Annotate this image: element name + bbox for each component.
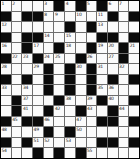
block-r0c7: [76, 1, 86, 11]
cell-r10c0[interactable]: [1, 106, 11, 116]
cell-r9c2[interactable]: 37: [22, 96, 32, 106]
clue-number: 1: [2, 1, 5, 6]
block-r11c0: [1, 117, 11, 127]
block-r3c2: [22, 33, 32, 43]
cell-r5c9[interactable]: [97, 54, 107, 64]
block-r1c12: [129, 12, 139, 22]
clue-number: 30: [76, 64, 81, 69]
cell-r8c1[interactable]: [12, 85, 22, 95]
cell-r2c12[interactable]: [129, 22, 139, 32]
block-r13c2: [22, 138, 32, 148]
clue-number: 47: [76, 117, 81, 122]
cell-r3c5[interactable]: [54, 33, 64, 43]
cell-r4c9[interactable]: 19: [97, 43, 107, 53]
clue-number: 32: [119, 64, 124, 69]
cell-r12c8[interactable]: [87, 127, 97, 137]
cell-r3c4[interactable]: 14: [44, 33, 54, 43]
clue-number: 52: [44, 138, 49, 143]
cell-r0c8[interactable]: 5: [87, 1, 97, 11]
block-r10c10: [108, 106, 118, 116]
cell-r6c5[interactable]: [54, 64, 64, 74]
cell-r5c2[interactable]: 23: [22, 54, 32, 64]
clue-number: 12: [2, 22, 7, 27]
cell-r9c10[interactable]: 40: [108, 96, 118, 106]
cell-r7c1[interactable]: [12, 75, 22, 85]
cell-r5c5[interactable]: 25: [54, 54, 64, 64]
cell-r10c9[interactable]: [97, 106, 107, 116]
block-r4c5: [54, 43, 64, 53]
clue-number: 42: [55, 106, 60, 111]
cell-r8c0[interactable]: 33: [1, 85, 11, 95]
clue-number: 11: [98, 12, 103, 17]
cell-r6c1[interactable]: [12, 64, 22, 74]
cell-r4c4[interactable]: [44, 43, 54, 53]
cell-r14c8[interactable]: 55: [87, 148, 97, 158]
clue-number: 28: [2, 64, 7, 69]
cell-r0c1[interactable]: 2: [12, 1, 22, 11]
cell-r7c3[interactable]: [33, 75, 43, 85]
block-r9c1: [12, 96, 22, 106]
cell-r1c11[interactable]: [119, 12, 129, 22]
clue-number: 22: [12, 54, 17, 59]
cell-r1c4[interactable]: 8: [44, 12, 54, 22]
cell-r5c1[interactable]: 22: [12, 54, 22, 64]
block-r2c6: [65, 22, 75, 32]
cell-r13c5[interactable]: [54, 138, 64, 148]
block-r12c6: [65, 127, 75, 137]
cell-r0c2[interactable]: [22, 1, 32, 11]
cell-r10c8[interactable]: 43: [87, 106, 97, 116]
cell-r6c9[interactable]: 31: [97, 64, 107, 74]
cell-r6c3[interactable]: 29: [33, 64, 43, 74]
block-r11c10: [108, 117, 118, 127]
clue-number: 46: [44, 117, 49, 122]
clue-number: 17: [34, 43, 39, 48]
cell-r9c8[interactable]: 39: [87, 96, 97, 106]
cell-r10c11[interactable]: 44: [119, 106, 129, 116]
clue-number: 50: [76, 127, 81, 132]
cell-r12c9[interactable]: [97, 127, 107, 137]
cell-r4c1[interactable]: [12, 43, 22, 53]
clue-number: 39: [87, 96, 92, 101]
cell-r0c0[interactable]: 1: [1, 1, 11, 11]
block-r7c0: [1, 75, 11, 85]
cell-r13c8[interactable]: [87, 138, 97, 148]
cell-r3c6[interactable]: 15: [65, 33, 75, 43]
cell-r12c2[interactable]: [22, 127, 32, 137]
block-r5c11: [119, 54, 129, 64]
cell-r9c7[interactable]: [76, 96, 86, 106]
block-r9c9: [97, 96, 107, 106]
clue-number: 40: [108, 96, 113, 101]
block-r7c8: [87, 75, 97, 85]
cell-r10c2[interactable]: 41: [22, 106, 32, 116]
block-r6c6: [65, 64, 75, 74]
block-r3c9: [97, 33, 107, 43]
block-r13c9: [97, 138, 107, 148]
clue-number: 33: [2, 85, 7, 90]
cell-r2c10[interactable]: [108, 22, 118, 32]
cell-r0c10[interactable]: 6: [108, 1, 118, 11]
block-r11c9: [97, 117, 107, 127]
cell-r14c6[interactable]: [65, 148, 75, 158]
clue-number: 21: [130, 43, 135, 48]
block-r4c2: [22, 43, 32, 53]
block-r14c3: [33, 148, 43, 158]
cell-r8c9[interactable]: 35: [97, 85, 107, 95]
block-r10c1: [12, 106, 22, 116]
clue-number: 10: [76, 12, 81, 17]
cell-r7c5[interactable]: [54, 75, 64, 85]
cell-r12c10[interactable]: [108, 127, 118, 137]
cell-r9c11[interactable]: [119, 96, 129, 106]
cell-r4c12[interactable]: 21: [129, 43, 139, 53]
clue-number: 48: [2, 127, 7, 132]
clue-number: 45: [12, 117, 17, 122]
block-r1c10: [108, 12, 118, 22]
cell-r5c8[interactable]: 26: [87, 54, 97, 64]
cell-r2c4[interactable]: [44, 22, 54, 32]
cell-r5c4[interactable]: 24: [44, 54, 54, 64]
cell-r5c10[interactable]: 27: [108, 54, 118, 64]
cell-r13c11[interactable]: [119, 138, 129, 148]
cell-r12c12[interactable]: [129, 127, 139, 137]
clue-number: 20: [108, 43, 113, 48]
block-r7c12: [129, 75, 139, 85]
block-r7c4: [44, 75, 54, 85]
block-r11c12: [129, 117, 139, 127]
block-r8c4: [44, 85, 54, 95]
cell-r8c11[interactable]: [119, 85, 129, 95]
cell-r11c1[interactable]: 45: [12, 117, 22, 127]
clue-number: 51: [34, 138, 39, 143]
cell-r5c12[interactable]: [129, 54, 139, 64]
cell-r2c7[interactable]: [76, 22, 86, 32]
block-r3c12: [129, 33, 139, 43]
clue-number: 43: [87, 106, 92, 111]
cell-r1c5[interactable]: 9: [54, 12, 64, 22]
cell-r4c0[interactable]: 16: [1, 43, 11, 53]
cell-r8c10[interactable]: 36: [108, 85, 118, 95]
block-r13c10: [108, 138, 118, 148]
cell-r8c12[interactable]: [129, 85, 139, 95]
block-r0c9: [97, 1, 107, 11]
clue-number: 6: [108, 1, 111, 6]
clue-number: 26: [87, 54, 92, 59]
block-r6c8: [87, 64, 97, 74]
cell-r11c5[interactable]: [54, 117, 64, 127]
block-r3c10: [108, 33, 118, 43]
block-r1c2: [22, 12, 32, 22]
block-r5c3: [33, 54, 43, 64]
block-r0c5: [54, 1, 64, 11]
cell-r10c12[interactable]: [129, 106, 139, 116]
block-r9c5: [54, 96, 64, 106]
clue-number: 23: [23, 54, 28, 59]
cell-r2c5[interactable]: [54, 22, 64, 32]
cell-r0c6[interactable]: 4: [65, 1, 75, 11]
cell-r12c0[interactable]: 48: [1, 127, 11, 137]
block-r12c4: [44, 127, 54, 137]
cell-r14c0[interactable]: 54: [1, 148, 11, 158]
block-r13c12: [129, 138, 139, 148]
block-r3c3: [33, 33, 43, 43]
block-r14c7: [76, 148, 86, 158]
clue-number: 14: [44, 33, 49, 38]
clue-number: 35: [98, 85, 103, 90]
cell-r1c8[interactable]: [87, 12, 97, 22]
block-r3c0: [1, 33, 11, 43]
clue-number: 15: [66, 33, 71, 38]
cell-r5c6[interactable]: [65, 54, 75, 64]
cell-r9c0[interactable]: [1, 96, 11, 106]
cell-r14c11[interactable]: [119, 148, 129, 158]
cell-r12c1[interactable]: [12, 127, 22, 137]
cell-r13c1[interactable]: [12, 138, 22, 148]
cell-r1c9[interactable]: 11: [97, 12, 107, 22]
cell-r11c6[interactable]: [65, 117, 75, 127]
block-r8c6: [65, 85, 75, 95]
clue-number: 38: [66, 96, 71, 101]
block-r14c5: [54, 148, 64, 158]
cell-r13c3[interactable]: 51: [33, 138, 43, 148]
cell-r3c7[interactable]: [76, 33, 86, 43]
cell-r14c12[interactable]: [129, 148, 139, 158]
block-r8c8: [87, 85, 97, 95]
block-r7c6: [65, 75, 75, 85]
cell-r11c8[interactable]: [87, 117, 97, 127]
cell-r3c1[interactable]: [12, 33, 22, 43]
clue-number: 19: [98, 43, 103, 48]
cell-r7c7[interactable]: [76, 75, 86, 85]
cell-r8c5[interactable]: [54, 85, 64, 95]
cell-r0c11[interactable]: 7: [119, 1, 129, 11]
cell-r8c3[interactable]: [33, 85, 43, 95]
cell-r2c3[interactable]: [33, 22, 43, 32]
clue-number: 37: [23, 96, 28, 101]
cell-r9c3[interactable]: [33, 96, 43, 106]
cell-r6c12[interactable]: [129, 64, 139, 74]
block-r7c10: [108, 75, 118, 85]
cell-r2c9[interactable]: 13: [97, 22, 107, 32]
clue-number: 54: [2, 148, 7, 153]
cell-r3c8[interactable]: [87, 33, 97, 43]
block-r1c0: [1, 12, 11, 22]
cell-r12c11[interactable]: [119, 127, 129, 137]
cell-r11c11[interactable]: [119, 117, 129, 127]
cell-r7c11[interactable]: [119, 75, 129, 85]
cell-r0c12[interactable]: [129, 1, 139, 11]
block-r5c7: [76, 54, 86, 64]
cell-r6c7[interactable]: 30: [76, 64, 86, 74]
clue-number: 53: [66, 138, 71, 143]
cell-r2c2[interactable]: [22, 22, 32, 32]
clue-number: 8: [44, 12, 47, 17]
cell-r9c6[interactable]: 38: [65, 96, 75, 106]
cell-r8c7[interactable]: [76, 85, 86, 95]
block-r1c3: [33, 12, 43, 22]
block-r10c4: [44, 106, 54, 116]
cell-r4c7[interactable]: [76, 43, 86, 53]
cell-r6c10[interactable]: [108, 64, 118, 74]
cell-r11c7[interactable]: 47: [76, 117, 86, 127]
cell-r12c7[interactable]: 50: [76, 127, 86, 137]
clue-number: 2: [12, 1, 15, 6]
cell-r9c4[interactable]: [44, 96, 54, 106]
clue-number: 25: [55, 54, 60, 59]
block-r5c0: [1, 54, 11, 64]
cell-r6c2[interactable]: [22, 64, 32, 74]
cell-r10c3[interactable]: [33, 106, 43, 116]
cell-r14c9[interactable]: [97, 148, 107, 158]
cell-r2c11[interactable]: [119, 22, 129, 32]
cell-r4c10[interactable]: 20: [108, 43, 118, 53]
clue-number: 16: [2, 43, 7, 48]
clue-number: 13: [98, 22, 103, 27]
clue-number: 41: [23, 106, 28, 111]
block-r9c12: [129, 96, 139, 106]
clue-number: 18: [66, 43, 71, 48]
clue-number: 34: [23, 85, 28, 90]
cell-r0c4[interactable]: 3: [44, 1, 54, 11]
block-r13c0: [1, 138, 11, 148]
cell-r10c5[interactable]: 42: [54, 106, 64, 116]
clue-number: 3: [44, 1, 47, 6]
cell-r12c5[interactable]: [54, 127, 64, 137]
cell-r14c4[interactable]: [44, 148, 54, 158]
clue-number: 29: [34, 64, 39, 69]
cell-r14c2[interactable]: [22, 148, 32, 158]
cell-r13c4[interactable]: 52: [44, 138, 54, 148]
cell-r13c6[interactable]: 53: [65, 138, 75, 148]
cell-r1c6[interactable]: [65, 12, 75, 22]
clue-number: 55: [87, 148, 92, 153]
cell-r2c0[interactable]: 12: [1, 22, 11, 32]
clue-number: 4: [66, 1, 69, 6]
clue-number: 9: [55, 12, 58, 17]
cell-r4c3[interactable]: 17: [33, 43, 43, 53]
block-r11c2: [22, 117, 32, 127]
clue-number: 5: [87, 1, 90, 6]
clue-number: 27: [108, 54, 113, 59]
cell-r1c7[interactable]: 10: [76, 12, 86, 22]
cell-r8c2[interactable]: 34: [22, 85, 32, 95]
clue-number: 49: [34, 127, 39, 132]
cell-r6c0[interactable]: 28: [1, 64, 11, 74]
cell-r14c1[interactable]: [12, 148, 22, 158]
block-r11c3: [33, 117, 43, 127]
cell-r10c6[interactable]: [65, 106, 75, 116]
clue-number: 44: [119, 106, 124, 111]
cell-r3c11[interactable]: [119, 33, 129, 43]
cell-r12c3[interactable]: 49: [33, 127, 43, 137]
cell-r2c1[interactable]: [12, 22, 22, 32]
cell-r13c7[interactable]: [76, 138, 86, 148]
cell-r14c10[interactable]: [108, 148, 118, 158]
cell-r7c9[interactable]: [97, 75, 107, 85]
clue-number: 7: [119, 1, 122, 6]
cell-r6c11[interactable]: 32: [119, 64, 129, 74]
block-r2c8: [87, 22, 97, 32]
block-r4c8: [87, 43, 97, 53]
block-r4c11: [119, 43, 129, 53]
clue-number: 24: [44, 54, 49, 59]
block-r6c4: [44, 64, 54, 74]
cell-r1c1[interactable]: [12, 12, 22, 22]
cell-r0c3[interactable]: [33, 1, 43, 11]
cell-r11c4[interactable]: 46: [44, 117, 54, 127]
clue-number: 36: [108, 85, 113, 90]
block-r7c2: [22, 75, 32, 85]
clue-number: 31: [98, 64, 103, 69]
cell-r4c6[interactable]: 18: [65, 43, 75, 53]
block-r10c7: [76, 106, 86, 116]
crossword-grid: 1234567891011121314151617181920212223242…: [0, 0, 140, 159]
